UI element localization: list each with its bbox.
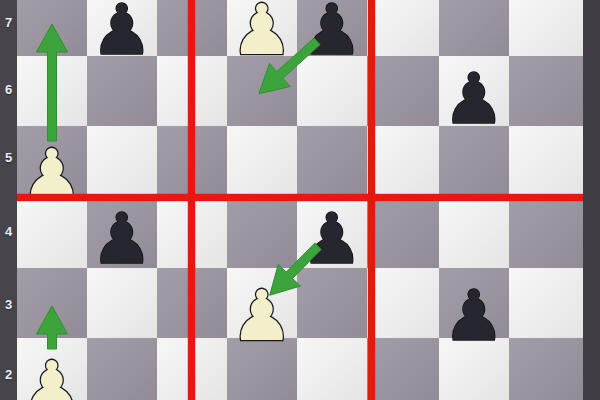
square-d5 (227, 126, 297, 196)
square-e4 (297, 196, 367, 268)
square-f5 (367, 126, 439, 196)
square-d2 (227, 338, 297, 400)
square-h2 (509, 338, 583, 400)
square-b3 (87, 268, 157, 338)
square-g7 (439, 0, 509, 56)
rank-label-3: 3 (0, 296, 17, 314)
square-g3 (439, 268, 509, 338)
rank-label-4: 4 (0, 223, 17, 241)
square-b2 (87, 338, 157, 400)
square-h5 (509, 126, 583, 196)
square-d6 (227, 56, 297, 126)
square-a7 (17, 0, 87, 56)
square-e7 (297, 0, 367, 56)
square-a5 (17, 126, 87, 196)
square-d7 (227, 0, 297, 56)
square-f3 (367, 268, 439, 338)
square-e5 (297, 126, 367, 196)
square-b5 (87, 126, 157, 196)
board-right-frame (583, 0, 600, 400)
chess-lesson-diagram: 765432 ♟♟♟♟♟♟♟♟♟♟ (0, 0, 600, 400)
square-b6 (87, 56, 157, 126)
square-e2 (297, 338, 367, 400)
rank-label-2: 2 (0, 366, 17, 384)
square-e6 (297, 56, 367, 126)
rank-label-6: 6 (0, 81, 17, 99)
square-b4 (87, 196, 157, 268)
square-h4 (509, 196, 583, 268)
square-g4 (439, 196, 509, 268)
square-f7 (367, 0, 439, 56)
divider-line-horizontal (17, 194, 583, 201)
square-f6 (367, 56, 439, 126)
rank-label-5: 5 (0, 149, 17, 167)
square-b7 (87, 0, 157, 56)
square-h3 (509, 268, 583, 338)
rank-label-7: 7 (0, 14, 17, 32)
square-g2 (439, 338, 509, 400)
square-f2 (367, 338, 439, 400)
square-f4 (367, 196, 439, 268)
square-h7 (509, 0, 583, 56)
square-a4 (17, 196, 87, 268)
square-a6 (17, 56, 87, 126)
square-d4 (227, 196, 297, 268)
square-h6 (509, 56, 583, 126)
square-a2 (17, 338, 87, 400)
square-a3 (17, 268, 87, 338)
square-e3 (297, 268, 367, 338)
square-g5 (439, 126, 509, 196)
square-g6 (439, 56, 509, 126)
rank-labels-rail: 765432 (0, 0, 17, 400)
square-d3 (227, 268, 297, 338)
